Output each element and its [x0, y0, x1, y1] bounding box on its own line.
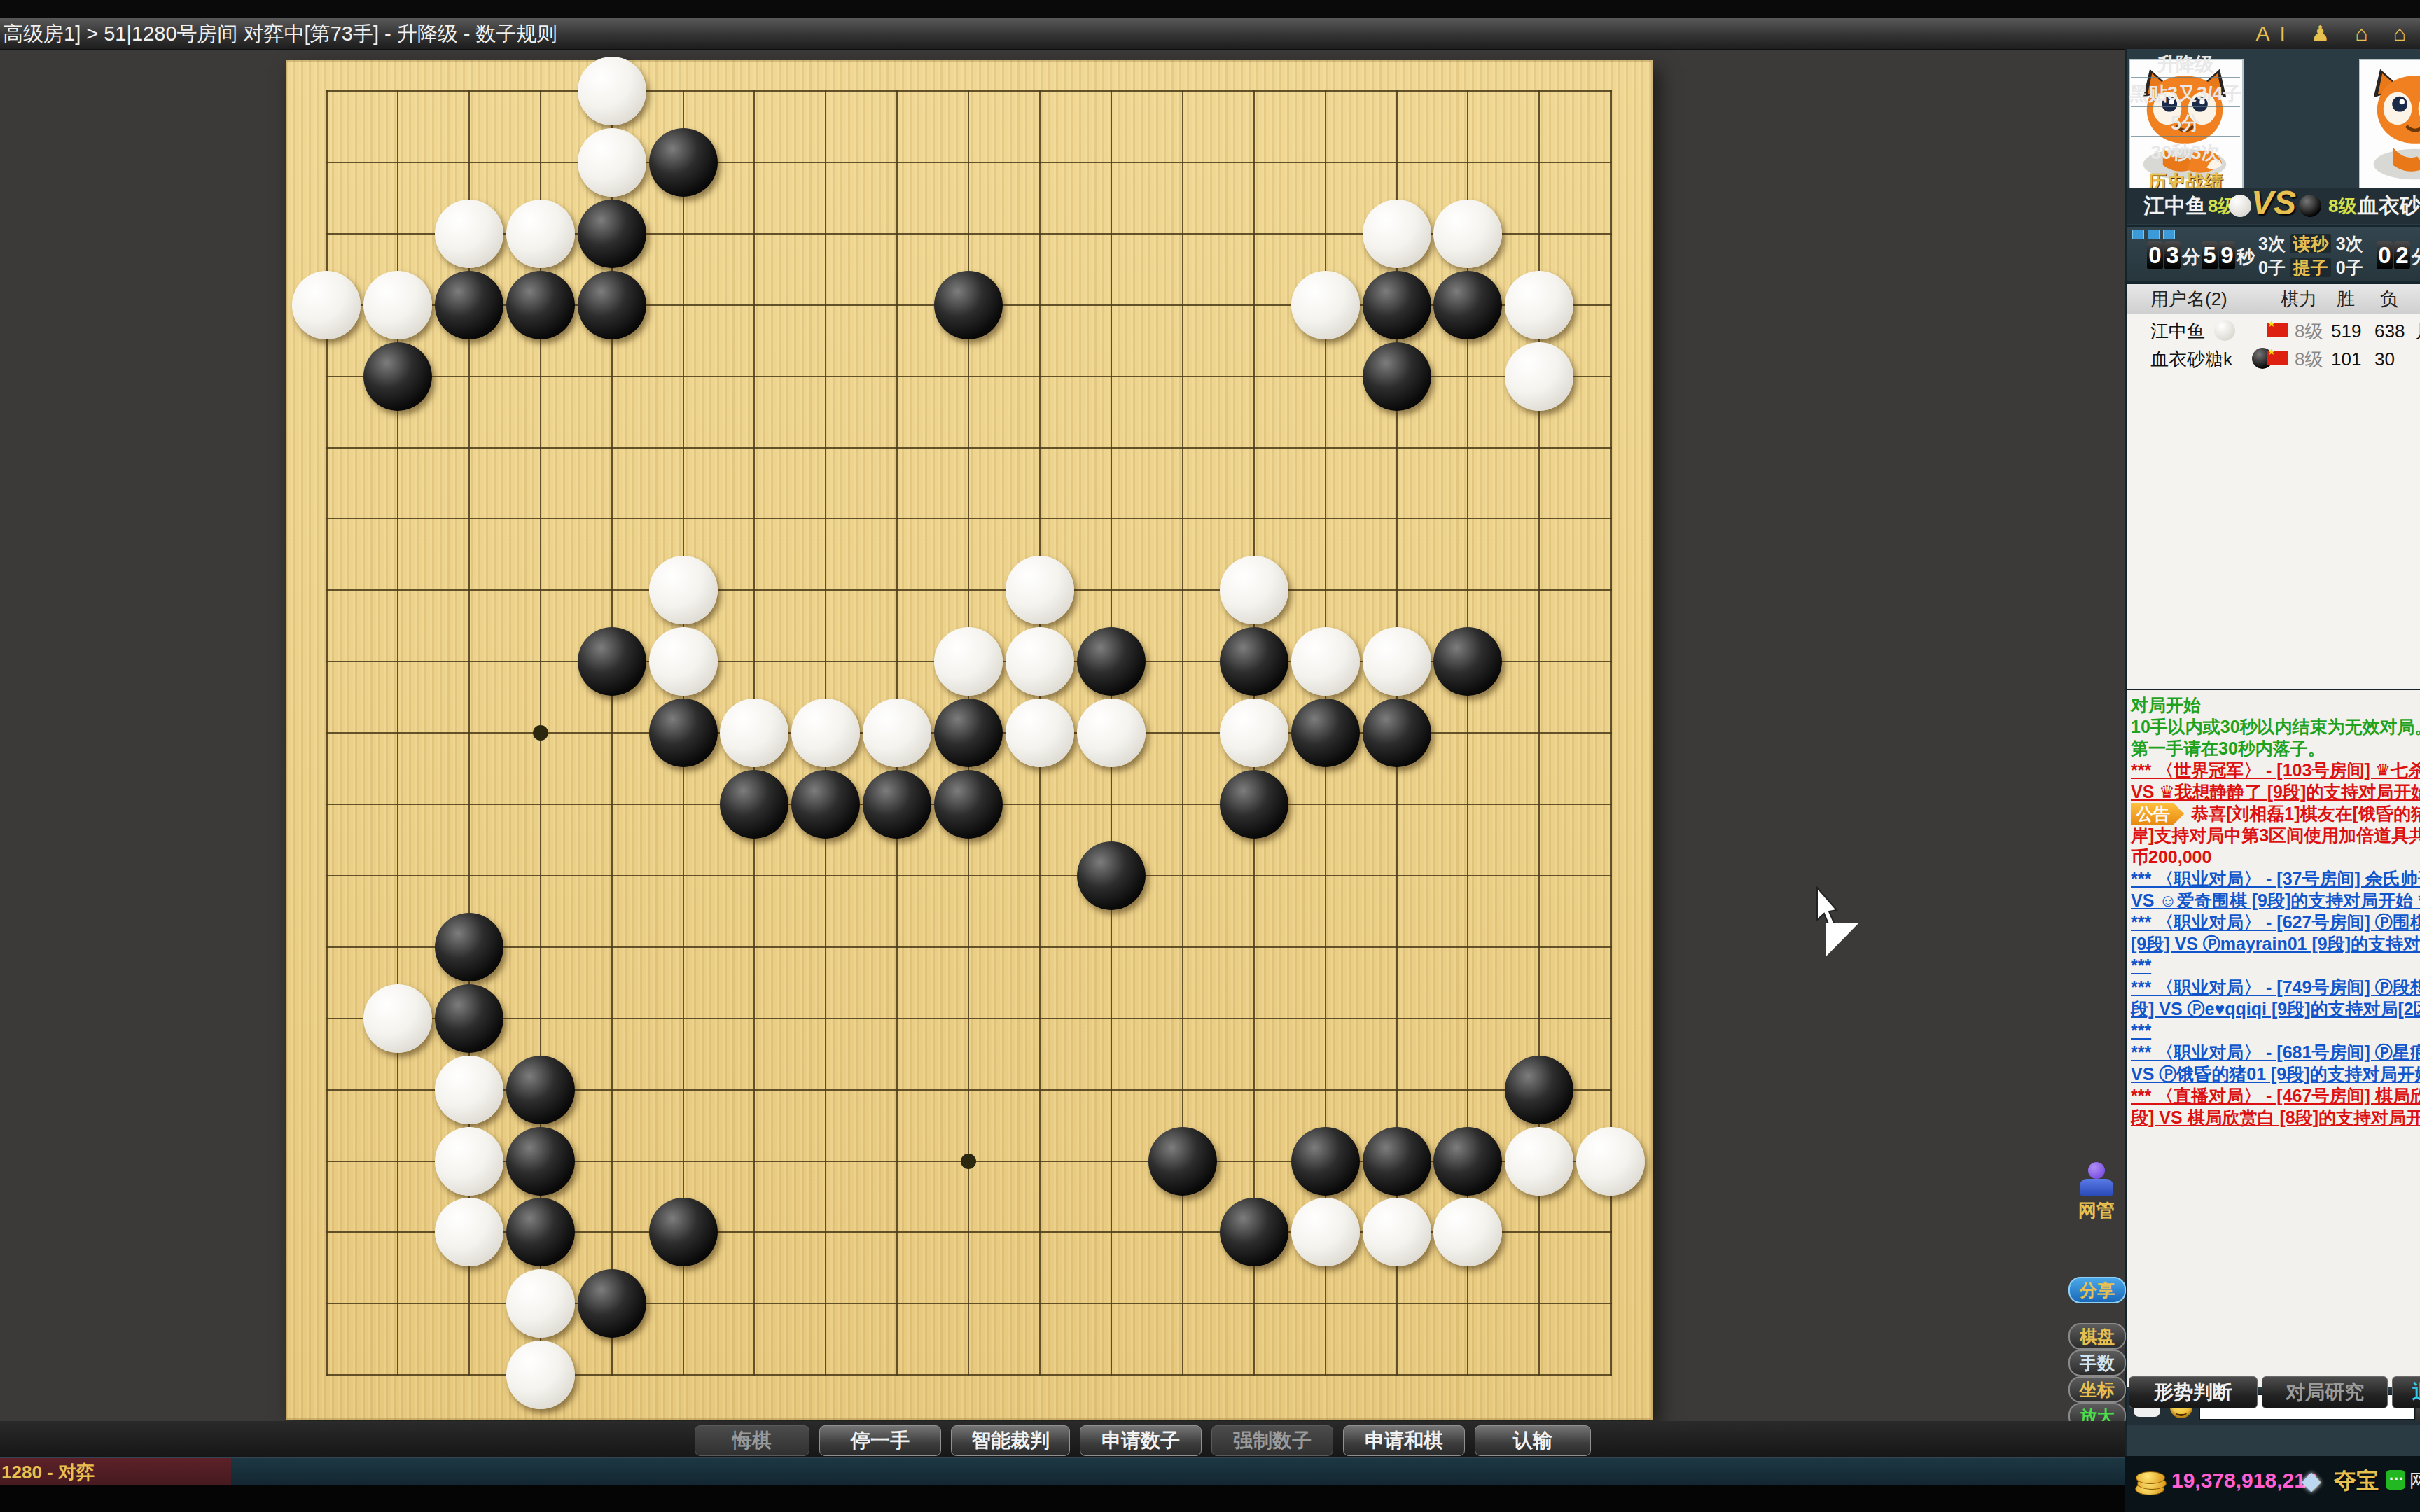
- chat-message: VS Ⓟ饿昏的猪01 [9段]的支持对局开始 **: [2131, 1063, 2420, 1085]
- black-stone-icon: [2299, 195, 2321, 217]
- stone-white: [1363, 1198, 1431, 1266]
- stone-white: [435, 1198, 503, 1266]
- stone-black: [934, 770, 1003, 839]
- stone-black: [1291, 699, 1360, 767]
- stone-white: [1006, 699, 1074, 767]
- chat-message: 段] VS 棋局欣赏白 [8段]的支持对局开始 ●: [2131, 1107, 2420, 1128]
- players-vs-row: 江中鱼 8级 VS 8级 血衣砂糖k: [2127, 188, 2420, 224]
- chat-message: ***: [2131, 955, 2420, 976]
- chat-message: *** 〈直播对局〉 - [467号房间] 棋局欣赏黑: [2131, 1085, 2420, 1107]
- toolbar-button-6[interactable]: 申请和棋: [1343, 1425, 1465, 1456]
- stone-black: [1363, 271, 1431, 339]
- stone-black: [435, 271, 503, 339]
- table-row[interactable]: 血衣砂糖k8级10130: [2127, 344, 2420, 372]
- titlebar-icons[interactable]: AI ♟ ⌂ ⌂: [2256, 18, 2416, 49]
- table-row[interactable]: 江中鱼8级519638月: [2127, 316, 2420, 344]
- panel-dot-icon: [2163, 230, 2175, 239]
- panel-dot-icon: [2132, 230, 2144, 239]
- stone-white: [435, 199, 503, 268]
- stone-black: [578, 1269, 646, 1338]
- white-clock: 03分59秒: [2146, 241, 2255, 269]
- stone-black: [1077, 627, 1146, 696]
- stone-white: [863, 699, 931, 767]
- chat-message: 10手以内或30秒以内结束为无效对局。: [2131, 716, 2420, 738]
- room-tab[interactable]: 1280 - 对弈: [0, 1458, 231, 1486]
- toolbar-button-5: 强制数子: [1211, 1425, 1333, 1456]
- stone-black: [1363, 342, 1431, 411]
- stone-black: [649, 699, 718, 767]
- stone-black: [363, 342, 432, 411]
- stone-white: [649, 627, 718, 696]
- tray-clipped-text: 网: [2409, 1469, 2420, 1493]
- stone-black: [934, 699, 1003, 767]
- stone-black: [578, 271, 646, 339]
- taskbar: [0, 1485, 2420, 1512]
- chat-message: 对局开始: [2131, 694, 2420, 716]
- stone-white: [1291, 271, 1360, 339]
- grid-line-h: [326, 1018, 1612, 1019]
- chat-message: *** 〈职业对局〉 - [749号房间] Ⓟ段想离: [2131, 976, 2420, 998]
- stone-black: [934, 271, 1003, 339]
- stone-white: [1220, 556, 1288, 624]
- treasure-button[interactable]: 夺宝: [2334, 1466, 2379, 1497]
- stone-black: [1220, 627, 1288, 696]
- stone-white: [934, 627, 1003, 696]
- stone-white: [1291, 1198, 1360, 1266]
- tray-chat-icon[interactable]: [2386, 1470, 2405, 1490]
- stone-black: [506, 1127, 575, 1196]
- last-move-triangle-icon: [1826, 923, 1859, 957]
- toolbar-button-2[interactable]: 停一手: [819, 1425, 941, 1456]
- white-stone-icon: [2229, 195, 2251, 217]
- stone-black: [1220, 770, 1288, 839]
- stone-black: [1077, 841, 1146, 910]
- stone-black: [1433, 1127, 1502, 1196]
- stone-white: [1505, 271, 1573, 339]
- room-title: 高级房1] > 51|1280号房间 对弈中[第73手] - 升降级 - 数子规…: [3, 18, 557, 49]
- user-table: 用户名(2) 棋力 胜 负 江中鱼8级519638月血衣砂糖k8级10130: [2127, 283, 2420, 689]
- avatar-white-player[interactable]: [2359, 59, 2420, 190]
- grid-line-h: [326, 946, 1612, 948]
- right-panel: 升降级 黑贴3又3/4子 5分 30秒3次 历史战绩 江中鱼 8级 VS 8级 …: [2125, 49, 2420, 1456]
- stone-white: [506, 1340, 575, 1409]
- chat-message: 岸]支持对局中第3区间使用加倍道具共2万，获得: [2131, 825, 2420, 846]
- stone-white: [363, 271, 432, 339]
- star-point: [533, 725, 548, 741]
- chat-message: *** 〈职业对局〉 - [627号房间] Ⓟ围棋: [2131, 911, 2420, 933]
- stone-black: [649, 1198, 718, 1266]
- chat-message: 段] VS Ⓟe♥qqiqi [9段]的支持对局[2区间: [2131, 998, 2420, 1020]
- exit-button[interactable]: 退出: [2392, 1376, 2420, 1408]
- cursor-arrow-icon: [1817, 888, 1837, 925]
- stone-white: [1291, 627, 1360, 696]
- chat-log[interactable]: 对局开始10手以内或30秒以内结束为无效对局。第一手请在30秒内落子。*** 〈…: [2127, 689, 2420, 1387]
- window-top-strip: [0, 0, 2420, 18]
- share-button[interactable]: 分享: [2068, 1277, 2126, 1303]
- stone-white: [1433, 1198, 1502, 1266]
- black-player-rank: 8级: [2328, 188, 2356, 224]
- toolbar-button-1: 悔棋: [695, 1425, 809, 1456]
- stone-white: [1505, 1127, 1573, 1196]
- star-point: [961, 1154, 976, 1169]
- go-board[interactable]: [286, 60, 1653, 1420]
- capture-counts: 0子 提子 0子: [2258, 256, 2370, 277]
- stone-white: [578, 128, 646, 197]
- stone-black: [1291, 1127, 1360, 1196]
- stone-black: [649, 128, 718, 197]
- stone-white: [791, 699, 860, 767]
- stone-black: [1363, 1127, 1431, 1196]
- flag-cn-icon: [2267, 351, 2288, 365]
- white-stone-icon: [2214, 320, 2235, 341]
- toolbar-button-3[interactable]: 智能裁判: [951, 1425, 1070, 1456]
- match-type: 升降级: [2129, 52, 2241, 77]
- diamond-icon: ◆: [2302, 1466, 2321, 1495]
- stone-white: [1077, 699, 1146, 767]
- komi: 黑贴3又3/4子: [2129, 81, 2241, 106]
- stone-white: [435, 1127, 503, 1196]
- move-numbers-button[interactable]: 手数: [2068, 1350, 2126, 1376]
- chat-message: 币200,000: [2131, 846, 2420, 868]
- stone-white: [506, 1269, 575, 1338]
- stone-black: [506, 271, 575, 339]
- stone-black: [1148, 1127, 1217, 1196]
- stone-black: [1363, 699, 1431, 767]
- stone-black: [435, 913, 503, 981]
- black-player-name: 血衣砂糖k: [2358, 188, 2420, 224]
- chat-message: *** 〈职业对局〉 - [37号房间] 佘氏帅哥 [: [2131, 868, 2420, 890]
- chat-message: *** 〈世界冠军〉 - [103号房间] ♛七杀 [: [2131, 759, 2420, 781]
- clock-panel: 03分59秒 3次 读秒 3次 0子 提子 0子 02分: [2127, 225, 2420, 283]
- chat-message: *** 〈职业对局〉 - [681号房间] Ⓟ星痕 [9: [2131, 1042, 2420, 1063]
- mouse-cursor-and-last-move-marker: [1807, 883, 1870, 967]
- stone-black: [791, 770, 860, 839]
- stone-white: [1006, 556, 1074, 624]
- admin-person-icon[interactable]: [2077, 1162, 2116, 1197]
- stone-black: [506, 1198, 575, 1266]
- byoyomi: 30秒3次: [2129, 140, 2241, 165]
- black-clock: 02分: [2376, 241, 2420, 269]
- stone-white: [1363, 199, 1431, 268]
- stone-white: [1006, 627, 1074, 696]
- fox-avatar-icon: [2360, 60, 2420, 186]
- toolbar-button-4[interactable]: 申请数子: [1080, 1425, 1202, 1456]
- stone-white: [1363, 627, 1431, 696]
- toolbar-button-7[interactable]: 认输: [1475, 1425, 1591, 1456]
- white-player-name: 江中鱼: [2143, 188, 2206, 224]
- stone-white: [720, 699, 788, 767]
- game-research-button[interactable]: 对局研究: [2262, 1376, 2388, 1408]
- coin-balance: 19,378,918,216: [2171, 1469, 2318, 1492]
- chat-message: VS ☺爱奇围棋 [9段]的支持对局开始 ***: [2131, 890, 2420, 911]
- situation-judge-button[interactable]: 形势判断: [2129, 1376, 2258, 1408]
- chat-message: ***: [2131, 1020, 2420, 1042]
- stone-white: [578, 57, 646, 125]
- stone-white: [1576, 1127, 1645, 1196]
- tray-area: 19,378,918,216 ◆ 夺宝 网: [2125, 1456, 2420, 1512]
- board-style-button[interactable]: 棋盘: [2068, 1323, 2126, 1350]
- stone-white: [292, 271, 361, 339]
- stone-white: [649, 556, 718, 624]
- chat-message: VS ♛我想静静了 [9段]的支持对局开始 ***: [2131, 781, 2420, 803]
- chat-message: [9段] VS Ⓟmayrain01 [9段]的支持对: [2131, 933, 2420, 955]
- chat-message: 第一手请在30秒内落子。: [2131, 738, 2420, 759]
- stone-white: [363, 984, 432, 1053]
- stone-black: [578, 199, 646, 268]
- flag-cn-icon: [2267, 323, 2288, 337]
- user-table-header: 用户名(2) 棋力 胜 负: [2127, 284, 2420, 314]
- stone-black: [1505, 1056, 1573, 1124]
- match-info: 升降级 黑贴3又3/4子 5分 30秒3次 历史战绩: [2127, 49, 2245, 178]
- chat-message: 公告恭喜[刘相磊1]棋友在[饿昏的猪01]vs[星: [2131, 803, 2420, 825]
- game-toolbar: 悔棋停一手智能裁判申请数子强制数子申请和棋认输: [0, 1421, 2125, 1457]
- stone-black: [720, 770, 788, 839]
- status-bar: 1280 - 对弈: [0, 1457, 2125, 1486]
- stone-black: [1220, 1198, 1288, 1266]
- byoyomi-counts: 3次 读秒 3次: [2258, 232, 2370, 253]
- stone-black: [1433, 627, 1502, 696]
- main-time: 5分: [2129, 111, 2241, 136]
- stone-black: [506, 1056, 575, 1124]
- stone-black: [578, 627, 646, 696]
- stone-black: [863, 770, 931, 839]
- coins-icon: [2135, 1471, 2166, 1497]
- grid-line-h: [326, 875, 1612, 876]
- stone-white: [1505, 342, 1573, 411]
- coordinates-button[interactable]: 坐标: [2068, 1376, 2126, 1403]
- stone-black: [435, 984, 503, 1053]
- stone-white: [506, 199, 575, 268]
- admin-label: 网管: [2070, 1198, 2123, 1223]
- vs-label: VS: [2251, 183, 2296, 222]
- panel-dot-icon: [2148, 230, 2160, 239]
- stone-white: [1220, 699, 1288, 767]
- stone-white: [1433, 199, 1502, 268]
- announcement-badge: 公告: [2131, 803, 2184, 825]
- stone-white: [435, 1056, 503, 1124]
- stone-black: [1433, 271, 1502, 339]
